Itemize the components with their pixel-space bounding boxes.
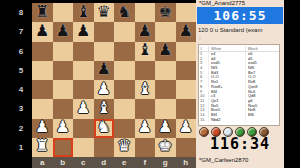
square-d5[interactable]: ♟	[94, 61, 115, 80]
move-number: 15	[199, 118, 209, 123]
file-label-c: c	[73, 157, 94, 168]
square-a5[interactable]	[32, 61, 53, 80]
rank-label-2: 2	[10, 119, 32, 138]
square-g4[interactable]	[155, 80, 176, 99]
black-pawn-a7[interactable]: ♟	[35, 23, 49, 39]
white-pawn-c3[interactable]: ♟	[76, 100, 90, 116]
square-c1[interactable]	[73, 138, 94, 157]
square-a7[interactable]: ♟	[32, 22, 53, 41]
file-labels: abcdefgh	[32, 157, 196, 168]
bottom-player-clock: 116:34	[197, 133, 283, 155]
square-a1[interactable]: ♜	[32, 138, 53, 157]
square-e6[interactable]	[114, 42, 135, 61]
square-d1[interactable]	[94, 138, 115, 157]
move-header-white: White	[209, 46, 246, 51]
square-c8[interactable]: ♝	[73, 3, 94, 22]
square-d7[interactable]	[94, 22, 115, 41]
black-king-g8[interactable]: ♚	[158, 4, 172, 20]
square-b5[interactable]	[53, 61, 74, 80]
rank-label-8: 8	[10, 3, 32, 22]
black-pawn-h7[interactable]: ♟	[179, 23, 193, 39]
square-b3[interactable]	[53, 99, 74, 118]
move-header-black: Black	[246, 46, 279, 51]
white-pawn-d4[interactable]: ♟	[97, 81, 111, 97]
black-bishop-f6[interactable]: ♝	[138, 42, 152, 58]
move-rows: 1e4e62d4d53exd5exd54Nf3Nf65Bd3Be76O-OO-O…	[199, 52, 279, 122]
square-g8[interactable]: ♚	[155, 3, 176, 22]
square-c5[interactable]	[73, 61, 94, 80]
square-h1[interactable]	[176, 138, 197, 157]
square-e7[interactable]	[114, 22, 135, 41]
rank-label-4: 4	[10, 80, 32, 99]
square-a2[interactable]: ♟	[32, 119, 53, 138]
square-c3[interactable]: ♟	[73, 99, 94, 118]
square-g7[interactable]	[155, 22, 176, 41]
rank-label-7: 7	[10, 22, 32, 41]
square-a6[interactable]	[32, 42, 53, 61]
square-g6[interactable]: ♟	[155, 42, 176, 61]
white-pawn-f2[interactable]: ♟	[138, 119, 152, 135]
black-pawn-c7[interactable]: ♟	[76, 23, 90, 39]
rank-label-3: 3	[10, 99, 32, 118]
left-black-bar	[0, 0, 10, 168]
white-move: Nbd2	[209, 118, 246, 123]
white-king-g1[interactable]: ♚	[158, 138, 172, 154]
square-f4[interactable]: ♝	[135, 80, 156, 99]
black-pawn-d5[interactable]: ♟	[97, 61, 111, 77]
square-h5[interactable]	[176, 61, 197, 80]
square-h6[interactable]	[176, 42, 197, 61]
file-label-g: g	[155, 157, 176, 168]
square-h8[interactable]	[176, 3, 197, 22]
right-panel: *GM_Anand2775 106:55 120 0 u Standard (e…	[196, 0, 284, 168]
square-b4[interactable]	[53, 80, 74, 99]
black-knight-e8[interactable]: ♞	[117, 4, 131, 20]
rank-label-5: 5	[10, 61, 32, 80]
square-c6[interactable]	[73, 42, 94, 61]
square-b2[interactable]: ♟	[53, 119, 74, 138]
white-pawn-a2[interactable]: ♟	[35, 119, 49, 135]
square-b8[interactable]	[53, 3, 74, 22]
black-pawn-b7[interactable]: ♟	[56, 23, 70, 39]
file-label-f: f	[135, 157, 156, 168]
file-label-h: h	[176, 157, 197, 168]
square-e1[interactable]: ♛	[114, 138, 135, 157]
square-g5[interactable]	[155, 61, 176, 80]
move-row-15[interactable]: 15Nbd2	[199, 118, 279, 123]
square-f2[interactable]: ♟	[135, 119, 156, 138]
top-player-clock: 106:55	[197, 7, 283, 24]
rank-labels: 87654321	[10, 3, 32, 157]
cursor-mark: :	[199, 35, 201, 41]
black-bishop-c8[interactable]: ♝	[76, 4, 90, 20]
square-e5[interactable]	[114, 61, 135, 80]
square-f1[interactable]	[135, 138, 156, 157]
file-label-d: d	[94, 157, 115, 168]
chess-board[interactable]: ♜♝♛♞♚♟♟♟♟♟♝♟♟♟♝♟♝♟♟♞♟♟♟♜♛♚	[32, 3, 196, 157]
square-f3[interactable]	[135, 99, 156, 118]
chess-app-window: 87654321 ♜♝♛♞♚♟♟♟♟♟♝♟♟♟♝♟♝♟♟♞♟♟♟♜♛♚ abcd…	[0, 0, 300, 168]
square-d2[interactable]: ♞	[94, 119, 115, 138]
top-player-name: *GM_Anand2775	[199, 0, 245, 6]
square-h3[interactable]	[176, 99, 197, 118]
square-h4[interactable]	[176, 80, 197, 99]
right-black-bar	[284, 0, 300, 168]
black-pawn-f7[interactable]: ♟	[138, 23, 152, 39]
square-f6[interactable]: ♝	[135, 42, 156, 61]
square-c4[interactable]	[73, 80, 94, 99]
rank-label-1: 1	[10, 138, 32, 157]
square-f5[interactable]	[135, 61, 156, 80]
square-e8[interactable]: ♞	[114, 3, 135, 22]
white-rook-a1[interactable]: ♜	[35, 138, 49, 154]
square-f8[interactable]	[135, 3, 156, 22]
black-move	[246, 118, 279, 123]
square-b1[interactable]	[53, 138, 74, 157]
white-knight-d2[interactable]: ♞	[97, 119, 111, 135]
square-a3[interactable]	[32, 99, 53, 118]
square-d8[interactable]: ♛	[94, 3, 115, 22]
square-e3[interactable]	[114, 99, 135, 118]
white-bishop-d3[interactable]: ♝	[97, 100, 111, 116]
move-header-number: #	[199, 46, 209, 51]
square-e2[interactable]	[114, 119, 135, 138]
bottom-player-name: *GM_Carlsen2870	[199, 157, 248, 163]
file-label-b: b	[53, 157, 74, 168]
white-bishop-f4[interactable]: ♝	[138, 81, 152, 97]
square-a8[interactable]: ♜	[32, 3, 53, 22]
square-g1[interactable]: ♚	[155, 138, 176, 157]
rank-label-6: 6	[10, 42, 32, 61]
square-b7[interactable]: ♟	[53, 22, 74, 41]
square-f7[interactable]: ♟	[135, 22, 156, 41]
square-g2[interactable]: ♟	[155, 119, 176, 138]
square-a4[interactable]	[32, 80, 53, 99]
white-pawn-h2[interactable]: ♟	[179, 119, 193, 135]
square-b6[interactable]	[53, 42, 74, 61]
black-pawn-g6[interactable]: ♟	[158, 42, 172, 58]
game-description: 120 0 u Standard (exam	[198, 27, 284, 33]
black-queen-d8[interactable]: ♛	[97, 4, 111, 20]
square-d6[interactable]	[94, 42, 115, 61]
white-pawn-g2[interactable]: ♟	[158, 119, 172, 135]
square-c7[interactable]: ♟	[73, 22, 94, 41]
square-d4[interactable]: ♟	[94, 80, 115, 99]
move-list[interactable]: # White Black 1e4e62d4d53exd5exd54Nf3Nf6…	[198, 44, 280, 126]
white-pawn-b2[interactable]: ♟	[56, 119, 70, 135]
file-label-a: a	[32, 157, 53, 168]
square-h2[interactable]: ♟	[176, 119, 197, 138]
square-c2[interactable]	[73, 119, 94, 138]
black-rook-a8[interactable]: ♜	[35, 4, 49, 20]
square-d3[interactable]: ♝	[94, 99, 115, 118]
square-e4[interactable]	[114, 80, 135, 99]
square-g3[interactable]	[155, 99, 176, 118]
square-h7[interactable]: ♟	[176, 22, 197, 41]
white-queen-e1[interactable]: ♛	[117, 138, 131, 154]
file-label-e: e	[114, 157, 135, 168]
